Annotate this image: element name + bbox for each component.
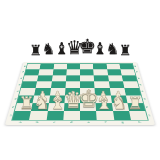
rank-label-1: 1 (147, 111, 152, 120)
product-photo: 12345678 12345678 abcdefgh ♜♞♝♛♚♝♞♜♟♟♟♟♟… (0, 0, 160, 160)
file-label-g: g (114, 121, 132, 124)
black-knight-g8[interactable]: ♞ (106, 42, 120, 57)
rank-label-3: 3 (142, 95, 146, 103)
rank-label-2: 2 (145, 103, 150, 111)
black-rook-h8[interactable]: ♜ (119, 43, 132, 57)
black-rook-a8[interactable]: ♜ (29, 43, 42, 57)
file-label-f: f (97, 121, 114, 124)
file-label-h: h (131, 121, 149, 124)
white-rook-a1[interactable]: ♜ (19, 95, 34, 112)
file-label-b: b (29, 121, 47, 124)
square-a5[interactable] (21, 82, 37, 89)
rank-label-5: 5 (139, 82, 143, 89)
square-g5[interactable] (109, 82, 125, 89)
file-label-d: d (63, 121, 80, 124)
file-label-a: a (11, 121, 29, 124)
white-knight-g1[interactable]: ♞ (111, 94, 127, 112)
file-label-e: e (80, 121, 97, 124)
file-label-c: c (46, 121, 63, 124)
white-rook-h1[interactable]: ♜ (127, 95, 142, 112)
file-labels: abcdefgh (11, 120, 149, 125)
square-b5[interactable] (36, 82, 52, 89)
white-knight-b1[interactable]: ♞ (34, 94, 50, 112)
